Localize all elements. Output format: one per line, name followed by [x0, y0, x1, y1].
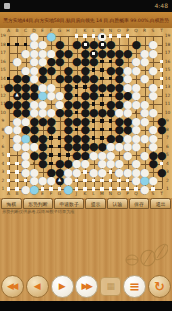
coord-letter-top: P — [124, 28, 132, 34]
white-territory-mark — [92, 187, 95, 190]
bottom-black-strip — [0, 301, 172, 311]
black-territory-mark — [109, 77, 112, 80]
black-territory-mark — [92, 119, 95, 122]
fast-forward-button[interactable]: ▶▶ — [75, 275, 98, 298]
black-territory-mark — [75, 111, 78, 114]
fast-forward-icon: ▶▶ — [84, 282, 91, 291]
white-territory-mark — [151, 187, 154, 190]
white-territory-mark — [100, 187, 103, 190]
white-territory-mark — [92, 179, 95, 182]
coord-letter-bottom: Q — [132, 191, 140, 197]
coord-letter-bottom: J — [73, 191, 81, 197]
score-banner: 黑方实地44目,白方实地58目,贴目后白领先 14 目,白胜概率 99.00%,… — [0, 12, 172, 28]
leaf-watermark-decoration — [124, 238, 168, 270]
coord-number-right: 11 — [164, 101, 172, 107]
white-territory-mark — [160, 162, 163, 165]
coord-number-right: 14 — [164, 76, 172, 82]
black-territory-mark — [109, 60, 112, 63]
white-territory-mark — [160, 68, 163, 71]
tab-resign[interactable]: 认输 — [107, 198, 128, 209]
coord-letter-top: J — [73, 28, 81, 34]
tab-quit[interactable]: 退出 — [150, 198, 171, 209]
coord-number-right: 16 — [164, 59, 172, 65]
coord-number-left: 17 — [0, 50, 7, 56]
status-bar: 4:48 — [0, 0, 172, 12]
play-icon: ▶ — [59, 282, 66, 291]
coord-letter-top: E — [39, 28, 47, 34]
coord-letter-bottom: L — [90, 191, 98, 197]
dead-stone-mark — [92, 52, 95, 55]
black-territory-mark — [49, 153, 52, 156]
app-screen: 4:48 黑方实地44目,白方实地58目,贴目后白领先 14 目,白胜概率 99… — [0, 0, 172, 311]
dead-stone-mark — [84, 43, 87, 46]
black-territory-mark — [58, 136, 61, 139]
black-territory-mark — [109, 94, 112, 97]
black-territory-mark — [75, 94, 78, 97]
black-territory-mark — [100, 128, 103, 131]
coord-letter-bottom: E — [39, 191, 47, 197]
action-tab-row: 悔棋 形势判断 申请数子 提示 认输 保存 退出 — [0, 198, 172, 209]
highlighted-stone: ● — [64, 185, 73, 194]
tab-save[interactable]: 保存 — [129, 198, 150, 209]
black-territory-mark — [15, 43, 18, 46]
black-territory-mark — [7, 43, 10, 46]
black-territory-mark — [92, 128, 95, 131]
coord-number-left: 19 — [0, 33, 7, 39]
notification-icon — [4, 3, 10, 9]
coord-number-left: 6 — [0, 144, 7, 150]
black-territory-mark — [100, 94, 103, 97]
black-stone: ● — [157, 168, 166, 177]
coord-letter-bottom: G — [56, 191, 64, 197]
coord-number-right: 1 — [164, 186, 172, 192]
black-territory-mark — [75, 128, 78, 131]
clock-text: 4:48 — [155, 0, 168, 12]
coord-number-left: 16 — [0, 59, 7, 65]
menu-button[interactable]: ≡ — [123, 275, 146, 298]
white-territory-mark — [109, 179, 112, 182]
step-back-button[interactable]: ◀ — [26, 275, 49, 298]
black-territory-mark — [49, 162, 52, 165]
coord-number-right: 13 — [164, 84, 172, 90]
white-territory-mark — [41, 187, 44, 190]
coord-letter-top: K — [81, 28, 89, 34]
black-territory-mark — [58, 145, 61, 148]
black-territory-mark — [49, 136, 52, 139]
coord-letter-bottom: K — [81, 191, 89, 197]
white-territory-mark — [7, 187, 10, 190]
dead-stone-mark — [101, 43, 104, 46]
triangle-mark: ▲ — [55, 178, 64, 183]
coord-letter-bottom: M — [98, 191, 106, 197]
black-stone: ● — [157, 151, 166, 160]
coord-letter-top: S — [149, 28, 157, 34]
white-territory-mark — [7, 170, 10, 173]
white-territory-mark — [15, 162, 18, 165]
white-territory-mark — [7, 179, 10, 182]
white-stone: ● — [140, 185, 149, 194]
coord-letter-bottom: F — [47, 191, 55, 197]
black-stone: ● — [47, 125, 56, 134]
coord-letter-top: H — [64, 28, 72, 34]
coord-letter-bottom: B — [13, 191, 21, 197]
white-territory-mark — [15, 170, 18, 173]
coord-letter-top: G — [56, 28, 64, 34]
black-territory-mark — [75, 85, 78, 88]
white-territory-mark — [75, 187, 78, 190]
white-stone: ● — [72, 168, 81, 177]
coord-letter-top: O — [115, 28, 123, 34]
black-territory-mark — [100, 60, 103, 63]
dead-stone-mark — [101, 35, 104, 38]
white-stone: ● — [98, 168, 107, 177]
board-grid-icon: ▦ — [107, 282, 116, 291]
white-territory-mark — [100, 179, 103, 182]
coord-letter-top: R — [141, 28, 149, 34]
white-territory-mark — [126, 179, 129, 182]
white-territory-mark — [7, 153, 10, 156]
coord-letter-bottom: N — [107, 191, 115, 197]
white-territory-mark — [134, 187, 137, 190]
coord-number-right: 17 — [164, 50, 172, 56]
black-territory-mark — [7, 77, 10, 80]
coord-number-right: 15 — [164, 67, 172, 73]
white-territory-mark — [117, 187, 120, 190]
white-territory-mark — [160, 85, 163, 88]
coord-number-left: 15 — [0, 67, 7, 73]
black-territory-mark — [109, 128, 112, 131]
black-territory-mark — [49, 145, 52, 148]
white-territory-mark — [58, 187, 61, 190]
white-territory-mark — [117, 179, 120, 182]
coord-number-right: 18 — [164, 42, 172, 48]
white-territory-mark — [49, 187, 52, 190]
coord-letter-top: C — [22, 28, 30, 34]
black-stone: ● — [89, 57, 98, 66]
white-territory-mark — [117, 34, 120, 37]
tab-undo[interactable]: 悔棋 — [1, 198, 22, 209]
white-territory-mark — [126, 34, 129, 37]
exit-button[interactable]: ↻ — [148, 275, 171, 298]
white-territory-mark — [75, 179, 78, 182]
white-territory-mark — [7, 162, 10, 165]
white-territory-mark — [109, 170, 112, 173]
coord-letter-top: Q — [132, 28, 140, 34]
hint-caption: 形势判断仅供参考,以终局数子结果为准 — [2, 209, 170, 214]
black-territory-mark — [109, 119, 112, 122]
white-territory-mark — [15, 179, 18, 182]
go-board[interactable]: AABBCCDDEEFFGGHHJJKKLLMMNNOOPPQQRRSSTT19… — [0, 28, 172, 198]
tab-count[interactable]: 申请数子 — [54, 198, 84, 209]
play-button[interactable]: ▶ — [51, 275, 74, 298]
triangle-mark: ▲ — [13, 93, 22, 98]
black-territory-mark — [100, 77, 103, 80]
tab-hint[interactable]: 提示 — [85, 198, 106, 209]
coord-letter-top: B — [13, 28, 21, 34]
white-territory-mark — [83, 170, 86, 173]
black-stone: ● — [89, 91, 98, 100]
highlighted-stone: ● — [30, 185, 39, 194]
skip-to-start-button[interactable]: ◀◀ — [1, 275, 24, 298]
white-territory-mark — [83, 179, 86, 182]
coord-letter-bottom: S — [149, 191, 157, 197]
tab-analysis[interactable]: 形势判断 — [23, 198, 53, 209]
exit-arrow-icon: ↻ — [154, 280, 165, 293]
white-territory-mark — [83, 187, 86, 190]
coord-letter-top: L — [90, 28, 98, 34]
score-banner-text: 黑方实地44目,白方实地58目,贴目后白领先 14 目,白胜概率 99.00%,… — [3, 17, 169, 23]
coord-number-right: 12 — [164, 93, 172, 99]
step-back-icon: ◀ — [34, 282, 41, 291]
white-territory-mark — [126, 187, 129, 190]
white-territory-mark — [109, 187, 112, 190]
black-territory-mark — [100, 68, 103, 71]
coord-number-right: 19 — [164, 33, 172, 39]
white-territory-mark — [15, 187, 18, 190]
coord-letter-bottom: P — [124, 191, 132, 197]
coord-letter-bottom: O — [115, 191, 123, 197]
skip-to-start-icon: ◀◀ — [9, 282, 16, 291]
black-stone: ● — [157, 125, 166, 134]
coord-letter-top: N — [107, 28, 115, 34]
menu-lines-icon: ≡ — [129, 280, 140, 293]
black-territory-mark — [24, 43, 27, 46]
white-territory-mark — [160, 60, 163, 63]
playback-toolbar: ◀◀ ◀ ▶ ▶▶ ▦ ≡ ↻ — [0, 272, 172, 301]
board-count-button[interactable]: ▦ — [100, 277, 121, 296]
white-territory-mark — [160, 77, 163, 80]
white-territory-mark — [24, 179, 27, 182]
black-territory-mark — [100, 119, 103, 122]
